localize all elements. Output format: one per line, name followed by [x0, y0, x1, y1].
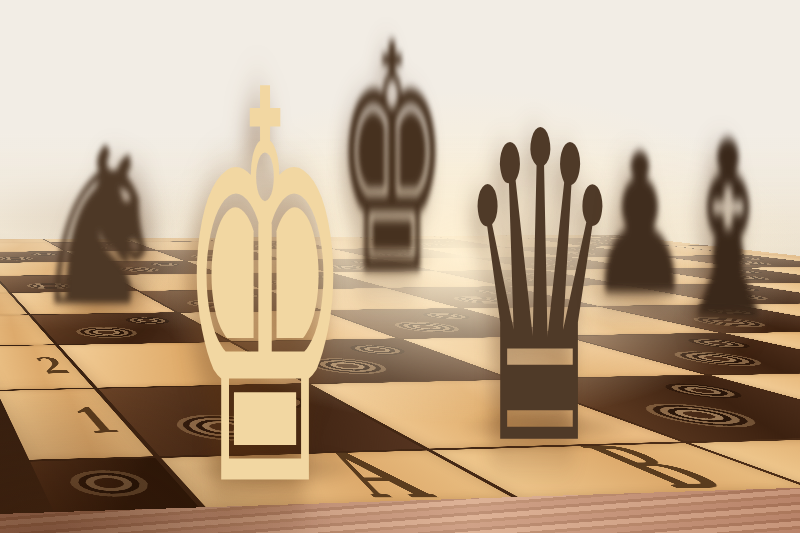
- pieces-layer: ♚♛♚♞♟♝: [0, 0, 800, 533]
- chess-photo-stage: 21AB ♚♛♚♞♟♝: [0, 0, 800, 533]
- black-bishop-glyph: ♝: [667, 111, 788, 354]
- black-king-glyph: ♚: [336, 4, 447, 319]
- white-king-glyph: ♚: [178, 24, 353, 533]
- black-knight-glyph: ♞: [28, 120, 171, 337]
